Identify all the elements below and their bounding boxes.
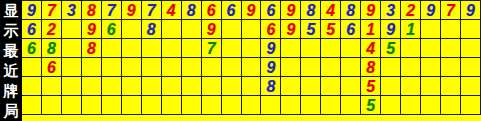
grid-cell bbox=[162, 58, 182, 77]
grid-cell: 8 bbox=[261, 77, 281, 96]
grid-cell bbox=[461, 39, 481, 58]
grid-cell bbox=[122, 96, 142, 115]
grid-cell bbox=[321, 58, 341, 77]
label-char: 示 bbox=[0, 21, 22, 41]
grid-cell bbox=[461, 20, 481, 39]
grid-cell bbox=[202, 96, 222, 115]
grid-cell: 8 bbox=[42, 39, 62, 58]
grid-cell bbox=[401, 39, 421, 58]
grid-cell: 6 bbox=[222, 1, 242, 20]
grid-cell bbox=[142, 39, 162, 58]
grid-cell bbox=[222, 77, 242, 96]
grid-cell bbox=[122, 39, 142, 58]
grid-cell: 6 bbox=[202, 1, 222, 20]
grid-cell: 1 bbox=[401, 20, 421, 39]
grid-cell bbox=[222, 39, 242, 58]
grid-cell: 8 bbox=[301, 1, 321, 20]
grid-cell bbox=[82, 96, 102, 115]
grid-cell: 5 bbox=[301, 20, 321, 39]
grid-cell bbox=[421, 77, 441, 96]
grid-cell bbox=[301, 96, 321, 115]
grid-cell bbox=[321, 77, 341, 96]
grid-cell: 8 bbox=[82, 1, 102, 20]
grid-cell: 7 bbox=[102, 1, 122, 20]
grid-cell bbox=[122, 20, 142, 39]
grid-cell: 4 bbox=[162, 1, 182, 20]
grid-cell bbox=[242, 77, 262, 96]
grid-cell bbox=[401, 96, 421, 115]
grid-cell: 2 bbox=[401, 1, 421, 20]
grid-cell bbox=[162, 77, 182, 96]
grid-cell bbox=[341, 96, 361, 115]
grid-cell: 5 bbox=[361, 96, 381, 115]
label-char: 牌 bbox=[0, 81, 22, 101]
grid-cell: 6 bbox=[42, 58, 62, 77]
grid-cell bbox=[42, 77, 62, 96]
grid-cell bbox=[62, 39, 82, 58]
grid-cell: 6 bbox=[102, 20, 122, 39]
grid-cell bbox=[321, 96, 341, 115]
grid-cell bbox=[82, 77, 102, 96]
grid-cell bbox=[182, 20, 202, 39]
grid-cell bbox=[461, 96, 481, 115]
grid-cell bbox=[341, 77, 361, 96]
grid-cell: 6 bbox=[341, 20, 361, 39]
grid-cell bbox=[441, 58, 461, 77]
grid-cell bbox=[242, 20, 262, 39]
grid-cell: 8 bbox=[142, 20, 162, 39]
grid-cell bbox=[182, 58, 202, 77]
grid-cell bbox=[281, 96, 301, 115]
grid-cell bbox=[301, 77, 321, 96]
label-char: 局 bbox=[0, 101, 22, 121]
grid-cell bbox=[122, 77, 142, 96]
grid-cell bbox=[381, 58, 401, 77]
grid-cell bbox=[222, 58, 242, 77]
grid-cell bbox=[441, 77, 461, 96]
grid-cell: 7 bbox=[441, 1, 461, 20]
grid-cell: 9 bbox=[242, 1, 262, 20]
grid-cell: 5 bbox=[381, 39, 401, 58]
grid-cell bbox=[62, 77, 82, 96]
grid-cell: 5 bbox=[361, 77, 381, 96]
grid-cell: 8 bbox=[341, 1, 361, 20]
grid-cell: 6 bbox=[22, 39, 42, 58]
grid-cell bbox=[22, 58, 42, 77]
grid-cell bbox=[42, 96, 62, 115]
grid-cell: 9 bbox=[122, 1, 142, 20]
grid-cell bbox=[421, 58, 441, 77]
label-char: 显 bbox=[0, 1, 22, 21]
grid-cell: 9 bbox=[261, 58, 281, 77]
grid-cell: 8 bbox=[361, 58, 381, 77]
grid-cell bbox=[401, 58, 421, 77]
grid-cell: 6 bbox=[261, 20, 281, 39]
grid-cell bbox=[102, 77, 122, 96]
grid-cell: 3 bbox=[381, 1, 401, 20]
grid-cell: 6 bbox=[22, 20, 42, 39]
grid-cell bbox=[242, 96, 262, 115]
grid-cell bbox=[461, 77, 481, 96]
grid-cell: 9 bbox=[281, 1, 301, 20]
recent-games-scoreboard: 显示最近牌局 973879748669698489329796296896955… bbox=[0, 0, 481, 121]
grid-cell: 9 bbox=[281, 20, 301, 39]
grid-cell: 7 bbox=[202, 39, 222, 58]
grid-cell: 4 bbox=[321, 1, 341, 20]
label-char: 近 bbox=[0, 61, 22, 81]
grid-cell bbox=[421, 96, 441, 115]
grid-cell: 9 bbox=[361, 1, 381, 20]
grid-cell bbox=[122, 58, 142, 77]
grid-cell bbox=[222, 96, 242, 115]
grid-cell: 9 bbox=[421, 1, 441, 20]
grid-cell bbox=[142, 77, 162, 96]
grid-cell bbox=[102, 39, 122, 58]
grid-cell bbox=[202, 58, 222, 77]
grid-cell bbox=[62, 96, 82, 115]
grid-cell bbox=[381, 77, 401, 96]
label-char: 最 bbox=[0, 41, 22, 61]
grid-cell bbox=[281, 58, 301, 77]
grid-cell: 6 bbox=[261, 1, 281, 20]
grid-cell: 5 bbox=[321, 20, 341, 39]
grid-cell bbox=[441, 20, 461, 39]
grid-cell: 9 bbox=[381, 20, 401, 39]
grid-cell bbox=[22, 77, 42, 96]
grid-cell bbox=[242, 58, 262, 77]
grid-cell: 9 bbox=[22, 1, 42, 20]
grid-cell bbox=[162, 96, 182, 115]
grid-cell: 8 bbox=[182, 1, 202, 20]
grid-cell: 9 bbox=[461, 1, 481, 20]
grid-cell: 9 bbox=[202, 20, 222, 39]
grid-cell bbox=[142, 58, 162, 77]
grid-cell bbox=[22, 96, 42, 115]
grid-cell bbox=[242, 39, 262, 58]
grid-cell bbox=[102, 96, 122, 115]
score-grid: 9738797486696984893297962968969556191688… bbox=[22, 0, 481, 121]
grid-cell bbox=[421, 20, 441, 39]
grid-cell bbox=[142, 96, 162, 115]
grid-cell bbox=[281, 77, 301, 96]
grid-cell bbox=[102, 58, 122, 77]
grid-cell bbox=[441, 96, 461, 115]
grid-cell bbox=[281, 39, 301, 58]
grid-cell bbox=[222, 20, 242, 39]
grid-cell bbox=[341, 58, 361, 77]
grid-cell: 1 bbox=[361, 20, 381, 39]
grid-cell bbox=[301, 58, 321, 77]
grid-cell bbox=[82, 58, 102, 77]
recent-games-label: 显示最近牌局 bbox=[0, 0, 22, 121]
grid-cell: 9 bbox=[82, 20, 102, 39]
grid-cell bbox=[182, 77, 202, 96]
grid-cell bbox=[182, 39, 202, 58]
grid-cell: 2 bbox=[42, 20, 62, 39]
grid-cell bbox=[261, 96, 281, 115]
grid-cell: 7 bbox=[42, 1, 62, 20]
grid-cell: 4 bbox=[361, 39, 381, 58]
grid-cell bbox=[301, 39, 321, 58]
grid-cell bbox=[162, 39, 182, 58]
grid-cell bbox=[401, 77, 421, 96]
grid-cell: 8 bbox=[82, 39, 102, 58]
grid-cell: 7 bbox=[142, 1, 162, 20]
grid-cell bbox=[461, 58, 481, 77]
grid-cell bbox=[162, 20, 182, 39]
grid-cell bbox=[341, 39, 361, 58]
grid-cell: 3 bbox=[62, 1, 82, 20]
grid-cell bbox=[441, 39, 461, 58]
grid-cell bbox=[421, 39, 441, 58]
grid-cell: 9 bbox=[261, 39, 281, 58]
grid-cell bbox=[202, 77, 222, 96]
grid-cell bbox=[381, 96, 401, 115]
grid-cell bbox=[182, 96, 202, 115]
grid-cell bbox=[62, 20, 82, 39]
grid-cell bbox=[62, 58, 82, 77]
grid-cell bbox=[321, 39, 341, 58]
